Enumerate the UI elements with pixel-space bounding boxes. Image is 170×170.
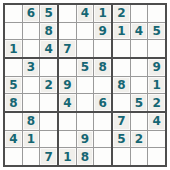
sudoku-cell-r7c4[interactable] — [59, 113, 76, 130]
sudoku-cell-r7c3[interactable] — [40, 113, 57, 130]
sudoku-cell-r2c5[interactable] — [77, 23, 94, 40]
sudoku-cell-r8c8: 2 — [131, 131, 148, 148]
sudoku-cell-r3c3: 4 — [40, 40, 57, 57]
sudoku-cell-r3c6[interactable] — [94, 40, 111, 57]
sudoku-cell-r1c1[interactable] — [5, 5, 22, 22]
sudoku-cell-r4c4[interactable] — [59, 59, 76, 76]
sudoku-cell-r3c4: 7 — [59, 40, 76, 57]
sudoku-cell-r9c9[interactable] — [148, 148, 165, 165]
sudoku-cell-r3c8[interactable] — [131, 40, 148, 57]
sudoku-cell-r6c1: 8 — [5, 94, 22, 111]
sudoku-cell-r6c4: 4 — [59, 94, 76, 111]
sudoku-cell-r9c5: 8 — [77, 148, 94, 165]
sudoku-cell-r5c6[interactable] — [94, 77, 111, 94]
sudoku-cell-r4c7[interactable] — [113, 59, 130, 76]
sudoku-cell-r1c5: 4 — [77, 5, 94, 22]
sudoku-cell-r1c6: 1 — [94, 5, 111, 22]
sudoku-cell-r2c4[interactable] — [59, 23, 76, 40]
sudoku-cell-r4c5: 5 — [77, 59, 94, 76]
sudoku-cell-r3c2[interactable] — [23, 40, 40, 57]
sudoku-cell-r9c4: 1 — [59, 148, 76, 165]
sudoku-box-6: 98152 — [113, 59, 165, 111]
sudoku-cell-r8c1: 4 — [5, 131, 22, 148]
sudoku-cell-r1c3: 5 — [40, 5, 57, 22]
sudoku-cell-r6c5[interactable] — [77, 94, 94, 111]
sudoku-cell-r4c6: 8 — [94, 59, 111, 76]
sudoku-box-5: 58946 — [59, 59, 111, 111]
sudoku-cell-r5c8[interactable] — [131, 77, 148, 94]
sudoku-cell-r9c2[interactable] — [23, 148, 40, 165]
sudoku-cell-r6c2[interactable] — [23, 94, 40, 111]
sudoku-cell-r5c1: 5 — [5, 77, 22, 94]
sudoku-cell-r7c1[interactable] — [5, 113, 22, 130]
sudoku-cell-r3c1: 1 — [5, 40, 22, 57]
sudoku-cell-r9c6[interactable] — [94, 148, 111, 165]
sudoku-cell-r1c8[interactable] — [131, 5, 148, 22]
sudoku-cell-r6c7[interactable] — [113, 94, 130, 111]
sudoku-cell-r4c2: 3 — [23, 59, 40, 76]
sudoku-cell-r2c2[interactable] — [23, 23, 40, 40]
sudoku-cell-r3c5[interactable] — [77, 40, 94, 57]
sudoku-cell-r2c1[interactable] — [5, 23, 22, 40]
sudoku-cell-r5c7: 8 — [113, 77, 130, 94]
sudoku-cell-r5c4: 9 — [59, 77, 76, 94]
sudoku-cell-r9c3: 7 — [40, 148, 57, 165]
sudoku-cell-r7c5[interactable] — [77, 113, 94, 130]
sudoku-board: 65814419721453528589469815284179187452 — [3, 3, 167, 167]
sudoku-cell-r4c3[interactable] — [40, 59, 57, 76]
sudoku-cell-r9c8[interactable] — [131, 148, 148, 165]
sudoku-box-9: 7452 — [113, 113, 165, 165]
sudoku-cell-r8c7: 5 — [113, 131, 130, 148]
sudoku-cell-r4c9: 9 — [148, 59, 165, 76]
sudoku-cell-r6c9: 2 — [148, 94, 165, 111]
sudoku-page: 65814419721453528589469815284179187452 — [0, 0, 170, 170]
sudoku-cell-r2c7: 1 — [113, 23, 130, 40]
sudoku-box-3: 2145 — [113, 5, 165, 57]
sudoku-cell-r1c2: 6 — [23, 5, 40, 22]
sudoku-cell-r1c7: 2 — [113, 5, 130, 22]
sudoku-cell-r5c3: 2 — [40, 77, 57, 94]
sudoku-cell-r8c2: 1 — [23, 131, 40, 148]
sudoku-cell-r7c7: 7 — [113, 113, 130, 130]
sudoku-cell-r4c1[interactable] — [5, 59, 22, 76]
sudoku-cell-r2c8: 4 — [131, 23, 148, 40]
sudoku-cell-r8c4[interactable] — [59, 131, 76, 148]
sudoku-cell-r7c2: 8 — [23, 113, 40, 130]
sudoku-box-2: 4197 — [59, 5, 111, 57]
sudoku-cell-r7c9: 4 — [148, 113, 165, 130]
sudoku-cell-r8c5: 9 — [77, 131, 94, 148]
sudoku-box-1: 65814 — [5, 5, 57, 57]
sudoku-cell-r9c7[interactable] — [113, 148, 130, 165]
sudoku-cell-r3c9[interactable] — [148, 40, 165, 57]
sudoku-cell-r8c3[interactable] — [40, 131, 57, 148]
sudoku-cell-r3c7[interactable] — [113, 40, 130, 57]
sudoku-cell-r5c2[interactable] — [23, 77, 40, 94]
sudoku-cell-r1c4[interactable] — [59, 5, 76, 22]
sudoku-cell-r1c9[interactable] — [148, 5, 165, 22]
sudoku-cell-r8c6[interactable] — [94, 131, 111, 148]
sudoku-cell-r7c8[interactable] — [131, 113, 148, 130]
sudoku-box-7: 8417 — [5, 113, 57, 165]
sudoku-cell-r6c3[interactable] — [40, 94, 57, 111]
sudoku-cell-r2c9: 5 — [148, 23, 165, 40]
sudoku-cell-r6c8: 5 — [131, 94, 148, 111]
sudoku-cell-r8c9[interactable] — [148, 131, 165, 148]
sudoku-cell-r5c5[interactable] — [77, 77, 94, 94]
sudoku-cell-r2c6: 9 — [94, 23, 111, 40]
sudoku-cell-r6c6: 6 — [94, 94, 111, 111]
sudoku-cell-r2c3: 8 — [40, 23, 57, 40]
sudoku-cell-r7c6[interactable] — [94, 113, 111, 130]
sudoku-cell-r4c8[interactable] — [131, 59, 148, 76]
sudoku-box-4: 3528 — [5, 59, 57, 111]
sudoku-cell-r5c9: 1 — [148, 77, 165, 94]
sudoku-cell-r9c1[interactable] — [5, 148, 22, 165]
sudoku-box-8: 918 — [59, 113, 111, 165]
